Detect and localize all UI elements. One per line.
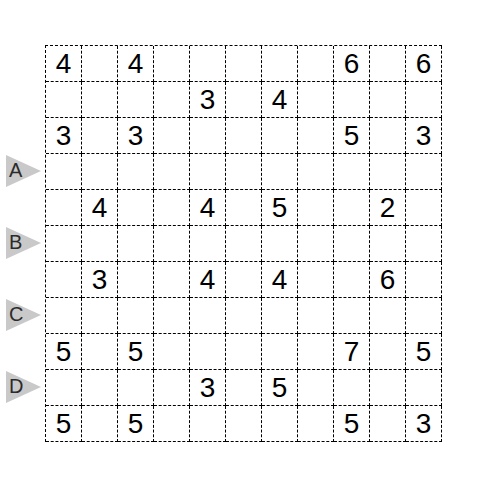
clue-number: 5 bbox=[128, 338, 144, 366]
clue-number: 5 bbox=[56, 338, 72, 366]
cell-r5c1[interactable] bbox=[46, 190, 82, 226]
cell-r5c3[interactable] bbox=[118, 190, 154, 226]
clue-number: 3 bbox=[416, 122, 432, 150]
cell-r9c3[interactable]: 5 bbox=[118, 334, 154, 370]
cell-r10c10[interactable] bbox=[370, 370, 406, 406]
cell-r10c2[interactable] bbox=[82, 370, 118, 406]
cell-r11c6[interactable] bbox=[226, 406, 262, 442]
cell-r10c6[interactable] bbox=[226, 370, 262, 406]
clue-number: 5 bbox=[272, 374, 288, 402]
cell-r5c2[interactable]: 4 bbox=[82, 190, 118, 226]
cell-r1c2[interactable] bbox=[82, 46, 118, 82]
cell-r9c4[interactable] bbox=[154, 334, 190, 370]
cell-r6c4[interactable] bbox=[154, 226, 190, 262]
cell-r11c1[interactable]: 5 bbox=[46, 406, 82, 442]
cell-r9c7[interactable] bbox=[262, 334, 298, 370]
cell-r2c7[interactable]: 4 bbox=[262, 82, 298, 118]
cell-r7c5[interactable]: 4 bbox=[190, 262, 226, 298]
row-marker-d: D bbox=[5, 370, 42, 404]
cell-r6c6[interactable] bbox=[226, 226, 262, 262]
cell-r5c11[interactable] bbox=[406, 190, 442, 226]
cell-r1c10[interactable] bbox=[370, 46, 406, 82]
cell-r7c3[interactable] bbox=[118, 262, 154, 298]
clue-number: 2 bbox=[380, 194, 396, 222]
cell-r1c4[interactable] bbox=[154, 46, 190, 82]
cell-r10c11[interactable] bbox=[406, 370, 442, 406]
cell-r5c8[interactable] bbox=[298, 190, 334, 226]
cell-r11c9[interactable]: 5 bbox=[334, 406, 370, 442]
cell-r10c7[interactable]: 5 bbox=[262, 370, 298, 406]
cell-r10c5[interactable]: 3 bbox=[190, 370, 226, 406]
cell-r1c7[interactable] bbox=[262, 46, 298, 82]
cell-r5c9[interactable] bbox=[334, 190, 370, 226]
cell-r4c4[interactable] bbox=[154, 154, 190, 190]
cell-r8c11[interactable] bbox=[406, 298, 442, 334]
cell-r4c9[interactable] bbox=[334, 154, 370, 190]
clue-number: 4 bbox=[272, 266, 288, 294]
cell-r7c4[interactable] bbox=[154, 262, 190, 298]
cell-r7c1[interactable] bbox=[46, 262, 82, 298]
clue-number: 6 bbox=[344, 50, 360, 78]
clue-number: 5 bbox=[272, 194, 288, 222]
clue-number: 5 bbox=[344, 410, 360, 438]
cell-r10c4[interactable] bbox=[154, 370, 190, 406]
cell-r2c6[interactable] bbox=[226, 82, 262, 118]
cell-r3c3[interactable]: 3 bbox=[118, 118, 154, 154]
cell-r1c3[interactable]: 4 bbox=[118, 46, 154, 82]
cell-r8c10[interactable] bbox=[370, 298, 406, 334]
cell-r5c4[interactable] bbox=[154, 190, 190, 226]
row-marker-c: C bbox=[5, 298, 42, 332]
cell-r4c11[interactable] bbox=[406, 154, 442, 190]
cell-r3c10[interactable] bbox=[370, 118, 406, 154]
cell-r8c1[interactable] bbox=[46, 298, 82, 334]
cell-r5c7[interactable]: 5 bbox=[262, 190, 298, 226]
cell-r9c8[interactable] bbox=[298, 334, 334, 370]
cell-r9c10[interactable] bbox=[370, 334, 406, 370]
clue-number: 5 bbox=[56, 410, 72, 438]
cell-r3c4[interactable] bbox=[154, 118, 190, 154]
cell-r6c8[interactable] bbox=[298, 226, 334, 262]
row-marker-label: B bbox=[9, 232, 22, 252]
cell-r4c1[interactable] bbox=[46, 154, 82, 190]
cell-r11c11[interactable]: 3 bbox=[406, 406, 442, 442]
cell-r7c11[interactable] bbox=[406, 262, 442, 298]
clue-number: 4 bbox=[200, 194, 216, 222]
cell-r2c9[interactable] bbox=[334, 82, 370, 118]
cell-r2c1[interactable] bbox=[46, 82, 82, 118]
cell-r5c5[interactable]: 4 bbox=[190, 190, 226, 226]
clue-number: 6 bbox=[416, 50, 432, 78]
cell-r2c3[interactable] bbox=[118, 82, 154, 118]
cell-r3c7[interactable] bbox=[262, 118, 298, 154]
cell-r7c7[interactable]: 4 bbox=[262, 262, 298, 298]
cell-r9c1[interactable]: 5 bbox=[46, 334, 82, 370]
cell-r5c10[interactable]: 2 bbox=[370, 190, 406, 226]
cell-r6c5[interactable] bbox=[190, 226, 226, 262]
cell-r11c10[interactable] bbox=[370, 406, 406, 442]
cell-r11c7[interactable] bbox=[262, 406, 298, 442]
cell-r3c11[interactable]: 3 bbox=[406, 118, 442, 154]
cell-r10c3[interactable] bbox=[118, 370, 154, 406]
cell-r8c8[interactable] bbox=[298, 298, 334, 334]
cell-r9c6[interactable] bbox=[226, 334, 262, 370]
clue-number: 4 bbox=[128, 50, 144, 78]
cell-r11c8[interactable] bbox=[298, 406, 334, 442]
cell-r10c9[interactable] bbox=[334, 370, 370, 406]
cell-r1c1[interactable]: 4 bbox=[46, 46, 82, 82]
cell-r8c2[interactable] bbox=[82, 298, 118, 334]
cell-r3c1[interactable]: 3 bbox=[46, 118, 82, 154]
cell-r7c9[interactable] bbox=[334, 262, 370, 298]
row-marker-label: D bbox=[9, 376, 23, 396]
clue-number: 5 bbox=[128, 410, 144, 438]
row-marker-b: B bbox=[5, 226, 42, 260]
clue-number: 4 bbox=[56, 50, 72, 78]
cell-r8c3[interactable] bbox=[118, 298, 154, 334]
cell-r4c8[interactable] bbox=[298, 154, 334, 190]
cell-r9c11[interactable]: 5 bbox=[406, 334, 442, 370]
cell-r2c10[interactable] bbox=[370, 82, 406, 118]
cell-r10c8[interactable] bbox=[298, 370, 334, 406]
cell-r9c2[interactable] bbox=[82, 334, 118, 370]
cell-r4c6[interactable] bbox=[226, 154, 262, 190]
cell-r4c7[interactable] bbox=[262, 154, 298, 190]
cell-r10c1[interactable] bbox=[46, 370, 82, 406]
cell-r1c9[interactable]: 6 bbox=[334, 46, 370, 82]
clue-number: 3 bbox=[200, 86, 216, 114]
cell-r6c11[interactable] bbox=[406, 226, 442, 262]
clue-number: 4 bbox=[92, 194, 108, 222]
cell-r7c6[interactable] bbox=[226, 262, 262, 298]
cell-r3c8[interactable] bbox=[298, 118, 334, 154]
cell-r4c5[interactable] bbox=[190, 154, 226, 190]
cell-r1c8[interactable] bbox=[298, 46, 334, 82]
cell-r1c6[interactable] bbox=[226, 46, 262, 82]
cell-r2c11[interactable] bbox=[406, 82, 442, 118]
row-marker-label: A bbox=[9, 160, 22, 180]
cell-r7c8[interactable] bbox=[298, 262, 334, 298]
cell-r11c3[interactable]: 5 bbox=[118, 406, 154, 442]
cell-r8c4[interactable] bbox=[154, 298, 190, 334]
cell-r6c2[interactable] bbox=[82, 226, 118, 262]
cell-r8c5[interactable] bbox=[190, 298, 226, 334]
cell-r8c9[interactable] bbox=[334, 298, 370, 334]
clue-number: 4 bbox=[272, 86, 288, 114]
cell-r6c3[interactable] bbox=[118, 226, 154, 262]
clue-number: 6 bbox=[380, 266, 396, 294]
clue-number: 4 bbox=[200, 266, 216, 294]
cell-r3c2[interactable] bbox=[82, 118, 118, 154]
cell-r11c4[interactable] bbox=[154, 406, 190, 442]
cell-r4c10[interactable] bbox=[370, 154, 406, 190]
clue-number: 3 bbox=[416, 410, 432, 438]
cell-r6c1[interactable] bbox=[46, 226, 82, 262]
cell-r4c2[interactable] bbox=[82, 154, 118, 190]
cell-r2c4[interactable] bbox=[154, 82, 190, 118]
cell-r1c11[interactable]: 6 bbox=[406, 46, 442, 82]
clue-number: 3 bbox=[128, 122, 144, 150]
cell-r9c9[interactable]: 7 bbox=[334, 334, 370, 370]
cell-r5c6[interactable] bbox=[226, 190, 262, 226]
cell-r9c5[interactable] bbox=[190, 334, 226, 370]
cell-r6c9[interactable] bbox=[334, 226, 370, 262]
cell-r11c2[interactable] bbox=[82, 406, 118, 442]
row-marker-label: C bbox=[9, 304, 23, 324]
cell-r8c7[interactable] bbox=[262, 298, 298, 334]
cell-r4c3[interactable] bbox=[118, 154, 154, 190]
clue-number: 5 bbox=[416, 338, 432, 366]
clue-number: 3 bbox=[200, 374, 216, 402]
row-marker-a: A bbox=[5, 154, 42, 188]
cell-r6c7[interactable] bbox=[262, 226, 298, 262]
cell-r3c5[interactable] bbox=[190, 118, 226, 154]
cell-r7c2[interactable]: 3 bbox=[82, 262, 118, 298]
clue-number: 5 bbox=[344, 122, 360, 150]
clue-number: 3 bbox=[92, 266, 108, 294]
cell-r2c2[interactable] bbox=[82, 82, 118, 118]
cell-r1c5[interactable] bbox=[190, 46, 226, 82]
cell-r7c10[interactable]: 6 bbox=[370, 262, 406, 298]
cell-r2c8[interactable] bbox=[298, 82, 334, 118]
cell-r8c6[interactable] bbox=[226, 298, 262, 334]
cell-r6c10[interactable] bbox=[370, 226, 406, 262]
puzzle-board: 4466343353445234465575355553 bbox=[45, 45, 442, 442]
clue-number: 7 bbox=[344, 338, 360, 366]
cell-r2c5[interactable]: 3 bbox=[190, 82, 226, 118]
clue-number: 3 bbox=[56, 122, 72, 150]
cell-r3c9[interactable]: 5 bbox=[334, 118, 370, 154]
puzzle-screenshot: 4466343353445234465575355553 ABCD bbox=[0, 0, 486, 492]
cell-r3c6[interactable] bbox=[226, 118, 262, 154]
cell-r11c5[interactable] bbox=[190, 406, 226, 442]
